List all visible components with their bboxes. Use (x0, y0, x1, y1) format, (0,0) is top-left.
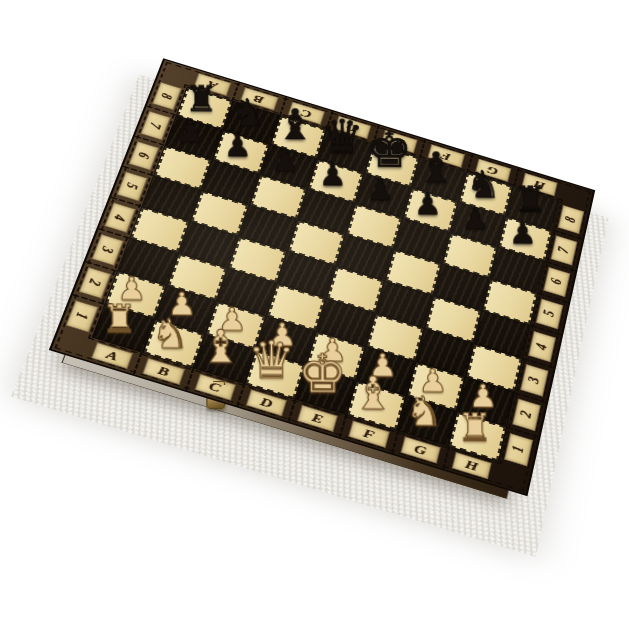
piece-black-pawn-f7[interactable]: ♟ (414, 189, 442, 219)
rank-label-right-5: 5 (540, 309, 558, 319)
rank-label-right-tab-3: 3 (520, 364, 548, 396)
rank-label-left-7: 7 (146, 121, 165, 131)
rank-label-right-2: 2 (517, 409, 536, 420)
rank-label-left-tab-8: 8 (152, 82, 182, 110)
file-label-top-F: F (440, 149, 453, 162)
rank-label-left-tab-5: 5 (117, 171, 148, 201)
file-label-bottom-H: H (464, 457, 479, 473)
scene: ABCDEFGH ABCDEFGH 87654321 87654321 ♜♞♝♛… (0, 0, 629, 630)
rank-label-right-tab-5: 5 (536, 298, 564, 329)
rank-label-right-tab-1: 1 (504, 433, 533, 467)
piece-white-bishop-c1[interactable]: ♝ (200, 324, 242, 369)
rank-label-right-1: 1 (509, 444, 528, 455)
piece-white-knight-b1[interactable]: ♞ (151, 313, 189, 354)
rank-label-left-8: 8 (158, 91, 176, 101)
piece-white-knight-g1[interactable]: ♞ (405, 391, 443, 432)
rank-label-left-tab-1: 1 (66, 300, 99, 333)
piece-white-rook-h1[interactable]: ♜ (457, 408, 493, 447)
rank-label-right-4: 4 (533, 341, 552, 351)
piece-white-bishop-f1[interactable]: ♝ (352, 371, 394, 416)
rank-label-right-tab-8: 8 (558, 205, 585, 234)
rank-label-right-tab-6: 6 (543, 267, 570, 298)
rank-label-left-tab-2: 2 (79, 267, 112, 299)
file-label-top-H: H (533, 177, 547, 191)
piece-black-pawn-d7[interactable]: ♟ (319, 160, 347, 190)
rank-label-left-4: 4 (110, 213, 129, 223)
square-e4[interactable] (327, 267, 383, 312)
file-label-top-C: C (299, 106, 312, 119)
file-label-bottom-D: D (259, 395, 274, 411)
piece-white-rook-a1[interactable]: ♜ (101, 300, 137, 339)
square-g4[interactable] (426, 297, 481, 343)
rank-label-left-2: 2 (85, 277, 105, 288)
piece-white-king-e1[interactable]: ♚ (297, 347, 347, 401)
file-label-top-A: A (206, 78, 219, 91)
file-label-bottom-B: B (156, 364, 171, 380)
rank-label-right-7: 7 (555, 245, 573, 255)
rank-label-right-tab-4: 4 (528, 331, 556, 363)
piece-white-queen-d1[interactable]: ♛ (248, 333, 296, 385)
rank-label-right-tab-2: 2 (512, 398, 541, 431)
piece-black-pawn-c7[interactable]: ♟ (271, 146, 299, 176)
piece-black-pawn-a7[interactable]: ♟ (176, 117, 204, 147)
rank-label-right-6: 6 (548, 277, 566, 287)
rank-label-left-6: 6 (135, 151, 154, 161)
square-a6[interactable] (154, 146, 211, 189)
file-label-top-G: G (486, 163, 499, 177)
rank-label-left-1: 1 (72, 311, 92, 322)
photo-stage: ABCDEFGH ABCDEFGH 87654321 87654321 ♜♞♝♛… (0, 0, 629, 630)
rank-label-left-tab-6: 6 (129, 141, 160, 171)
file-label-top-D: D (346, 121, 360, 134)
square-b4[interactable] (180, 222, 238, 267)
rank-label-left-5: 5 (123, 181, 142, 191)
file-label-bottom-F: F (362, 426, 376, 442)
rank-label-left-3: 3 (98, 245, 117, 255)
rank-label-right-8: 8 (562, 215, 580, 225)
piece-black-pawn-h7[interactable]: ♟ (509, 218, 537, 248)
file-label-top-E: E (393, 135, 406, 148)
square-e1[interactable]: ♚ (297, 366, 355, 414)
rank-label-left-tab-3: 3 (92, 234, 124, 265)
file-label-bottom-E: E (310, 411, 324, 427)
piece-black-pawn-g7[interactable]: ♟ (461, 204, 489, 234)
rank-label-right-tab-7: 7 (550, 235, 577, 265)
file-label-top-B: B (253, 92, 266, 105)
rank-label-right-3: 3 (525, 375, 544, 386)
piece-black-pawn-e7[interactable]: ♟ (366, 175, 394, 205)
piece-black-pawn-b7[interactable]: ♟ (224, 131, 252, 161)
file-label-bottom-G: G (413, 442, 428, 458)
rank-label-left-tab-7: 7 (140, 111, 170, 140)
rank-label-left-tab-4: 4 (104, 202, 136, 233)
file-label-bottom-A: A (105, 348, 120, 363)
